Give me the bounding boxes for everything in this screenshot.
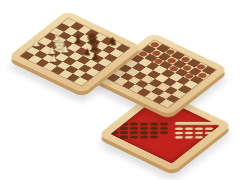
- stored-piece-row: [110, 122, 167, 124]
- checkers-square: [122, 81, 136, 89]
- checkers-square: [106, 73, 120, 81]
- stored-dark-piece: [160, 127, 168, 129]
- stored-dark-piece: [150, 127, 158, 129]
- checkers-square: [135, 80, 149, 88]
- stored-dark-piece: [140, 122, 148, 124]
- checkers-square: [152, 96, 166, 104]
- light-checker-piece: ●: [129, 84, 143, 92]
- stored-dark-piece: [160, 131, 168, 133]
- light-checker-piece: ●: [143, 83, 157, 91]
- checkers-square: ●: [141, 75, 155, 83]
- stored-light-piece: [185, 136, 193, 138]
- stored-piece-row: [175, 127, 213, 129]
- stored-dark-piece: [150, 122, 158, 124]
- stored-light-piece: [195, 136, 203, 138]
- checkers-square: [137, 88, 151, 96]
- stored-dark-piece: [150, 131, 158, 133]
- stored-dark-piece: [130, 122, 138, 124]
- stored-piece-row: [175, 136, 213, 138]
- stored-dark-piece: [120, 131, 128, 133]
- light-checker-piece: ●: [145, 92, 159, 100]
- checkers-square: ●: [145, 92, 159, 100]
- chess-piece-cell: ♟: [90, 55, 104, 63]
- checkers-square: ●: [128, 76, 142, 84]
- stored-dark-piece: [140, 135, 148, 137]
- stored-light-piece: [175, 132, 183, 134]
- checkers-square: [164, 86, 178, 94]
- light-checker-piece: ●: [114, 77, 128, 85]
- stored-dark-piece: [120, 122, 128, 124]
- stored-light-piece: [175, 136, 183, 138]
- chess-piece-white-pawn: ♟: [49, 55, 59, 64]
- light-checker-piece: ●: [172, 90, 186, 98]
- checkers-square: [163, 78, 177, 86]
- stored-light-piece: [205, 136, 213, 138]
- stored-dark-piece: [130, 127, 138, 129]
- stored-dark-piece: [150, 135, 158, 137]
- light-checker-piece: ●: [158, 91, 172, 99]
- chess-piece-cell: ♟: [49, 58, 63, 66]
- checkers-square: [190, 76, 204, 84]
- checkers-square: [170, 81, 184, 89]
- checkers-square: [176, 77, 190, 85]
- stored-dark-piece: [110, 135, 117, 137]
- stored-dark-piece: [120, 127, 128, 129]
- stored-dark-piece: [120, 135, 128, 137]
- box-tray-light-pieces: [175, 122, 220, 139]
- chess-piece-white-pawn: ♟: [61, 45, 71, 54]
- checkers-square: ●: [143, 83, 157, 91]
- checkers-square: ●: [158, 91, 172, 99]
- stored-dark-piece: [110, 122, 117, 124]
- checkers-square: ●: [160, 99, 174, 107]
- storage-box-contents: [110, 108, 219, 152]
- chess-piece-black-pawn: ♟: [90, 52, 100, 61]
- light-checker-piece: ●: [157, 82, 171, 90]
- stored-light-piece: [205, 132, 213, 134]
- stored-light-piece: [175, 127, 183, 129]
- checkers-square: ●: [129, 84, 143, 92]
- stored-dark-piece: [160, 122, 168, 124]
- checkers-square: [166, 95, 180, 103]
- wooden-divider-bar: [175, 122, 220, 125]
- checkers-square: [169, 73, 183, 81]
- stored-light-piece: [205, 127, 213, 129]
- checkers-square: [184, 80, 198, 88]
- stored-dark-piece: [110, 127, 117, 129]
- checkers-square: ●: [114, 77, 128, 85]
- stored-piece-row: [110, 127, 167, 129]
- checkers-square: [151, 87, 165, 95]
- stored-dark-piece: [140, 127, 148, 129]
- stored-piece-row: [110, 131, 167, 133]
- stored-light-piece: [185, 132, 193, 134]
- box-tray-dark-pieces: [110, 122, 167, 137]
- checkers-square: ●: [172, 90, 186, 98]
- checkers-square: [155, 74, 169, 82]
- product-photo-scene: ●●●●●●●●●●●●●●●●●●●●●●●● ♞♚♛♝♟♟♝♚♟♟♟♟: [0, 0, 250, 180]
- checkers-square: [149, 79, 163, 87]
- checkers-square: ●: [157, 82, 171, 90]
- light-checker-piece: ●: [141, 75, 155, 83]
- checkers-square: [178, 85, 192, 93]
- stored-dark-piece: [130, 135, 138, 137]
- stored-light-piece: [195, 132, 203, 134]
- stored-light-piece: [185, 127, 193, 129]
- stored-piece-row: [175, 132, 213, 134]
- stored-piece-row: [110, 135, 157, 137]
- stored-dark-piece: [140, 131, 148, 133]
- stored-dark-piece: [110, 131, 117, 133]
- stored-dark-piece: [130, 131, 138, 133]
- stored-light-piece: [195, 127, 203, 129]
- light-checker-piece: ●: [128, 76, 142, 84]
- light-checker-piece: ●: [160, 99, 174, 107]
